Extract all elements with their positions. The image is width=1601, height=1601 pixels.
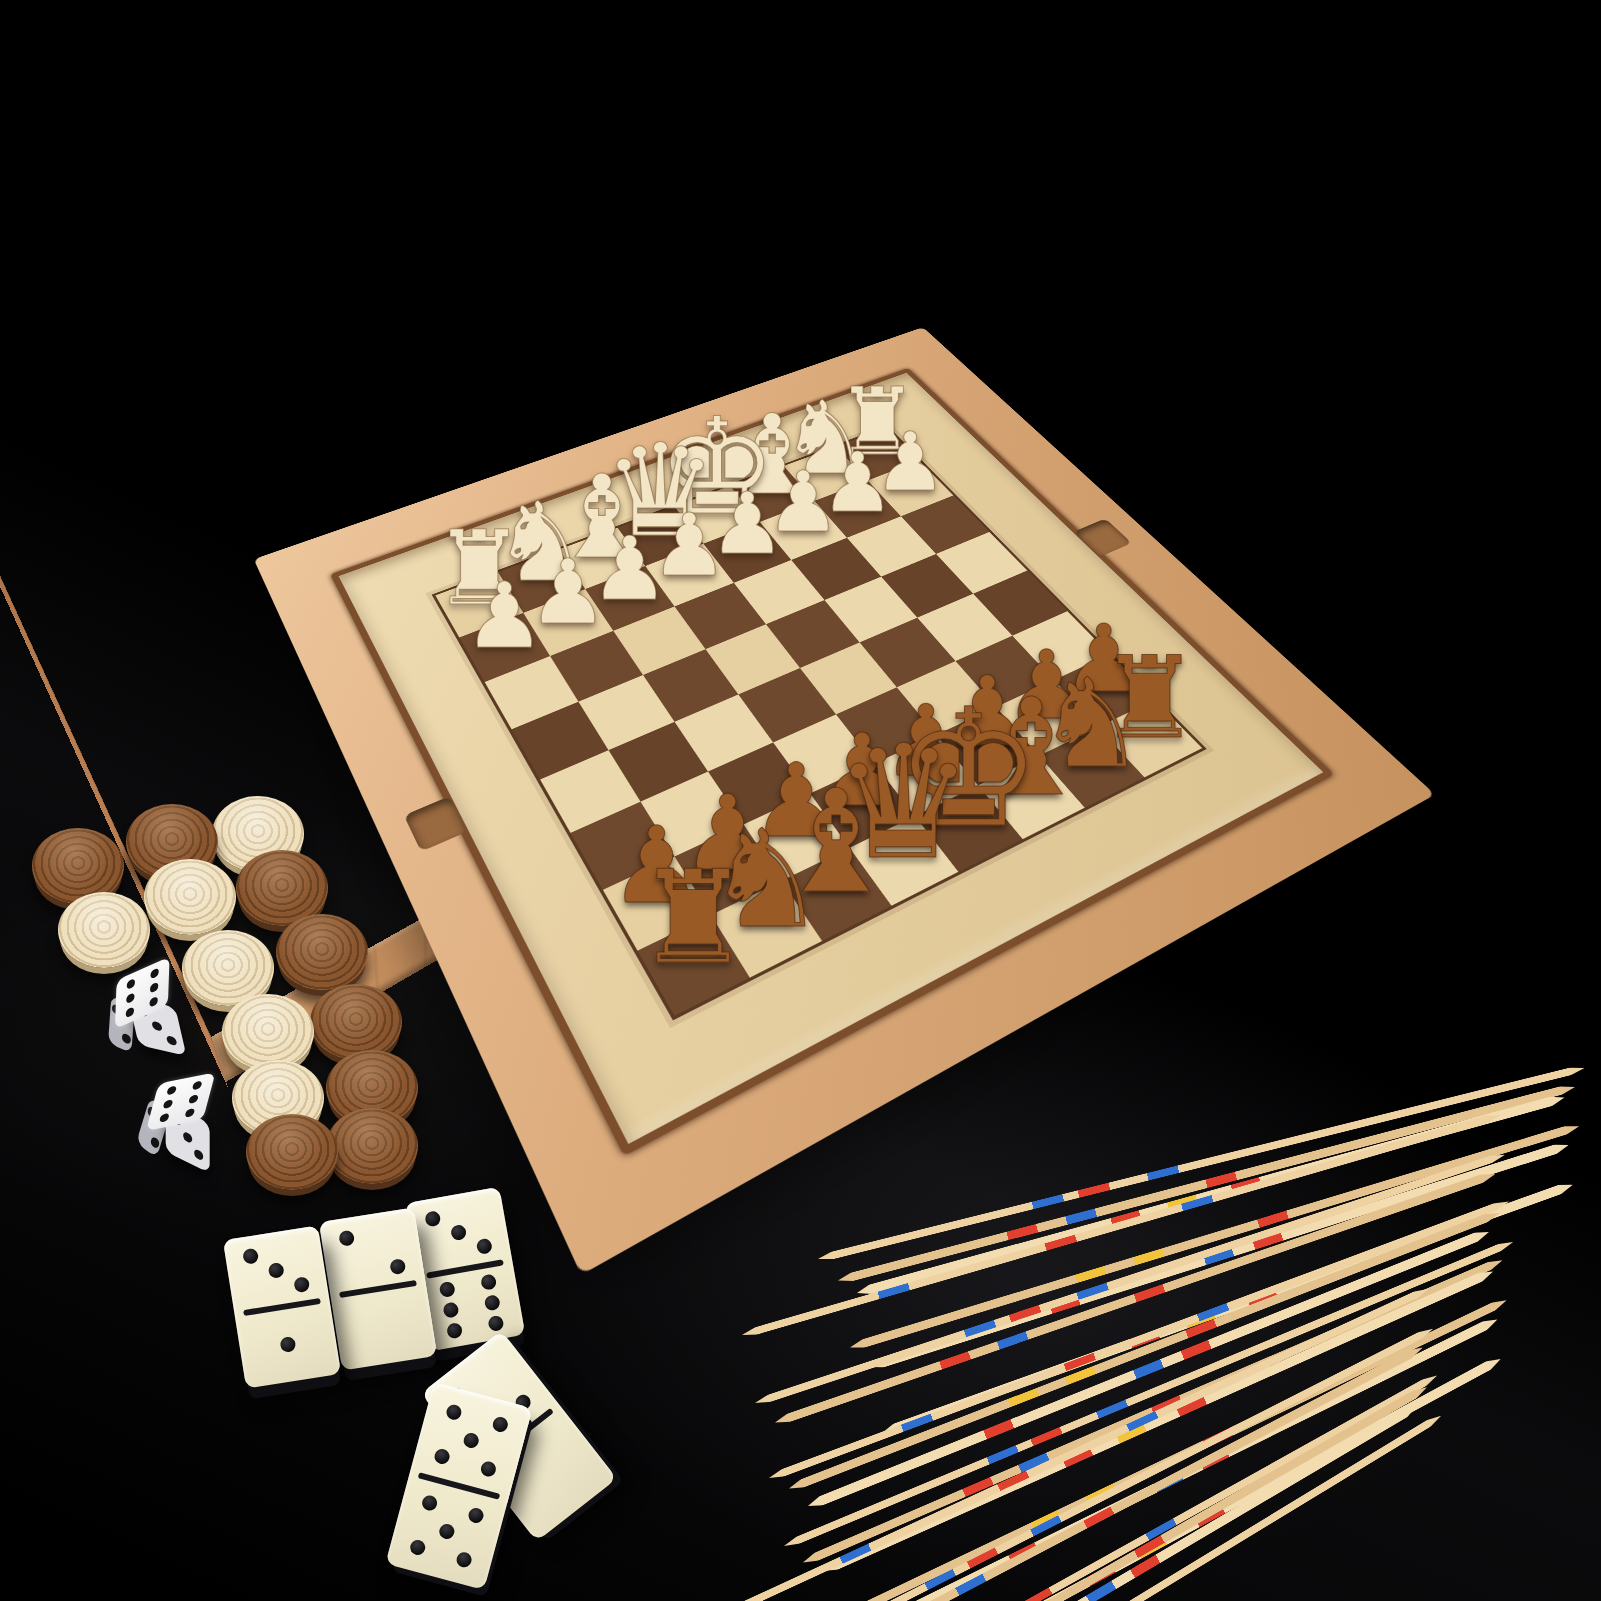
pip [438, 1522, 456, 1540]
pip [487, 1314, 504, 1331]
pip [279, 1335, 296, 1352]
pip [438, 1280, 455, 1297]
pip [446, 1322, 463, 1339]
pip [389, 1258, 406, 1275]
pip [424, 1210, 441, 1227]
pip [484, 1294, 501, 1311]
pip [480, 1273, 497, 1290]
pip [467, 1507, 485, 1525]
pip [476, 1237, 493, 1254]
pip [432, 1447, 450, 1465]
pip [268, 1261, 285, 1278]
pip [338, 1229, 355, 1246]
pip [420, 1494, 438, 1512]
dominoes-layer [0, 0, 1601, 1601]
pip [242, 1247, 259, 1264]
pip [480, 1460, 498, 1478]
pip [462, 1431, 480, 1449]
pip [442, 1301, 459, 1318]
pip [450, 1223, 467, 1240]
pip [455, 1550, 473, 1568]
domino-5-5 [385, 1382, 532, 1590]
pip [444, 1403, 462, 1421]
pip [491, 1416, 509, 1434]
pip [408, 1538, 426, 1556]
pip [293, 1276, 310, 1293]
